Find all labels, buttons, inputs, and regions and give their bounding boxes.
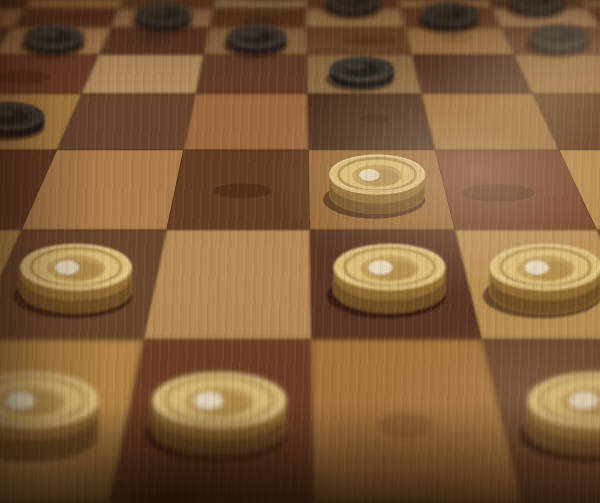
checkers-board	[0, 0, 600, 503]
checkers-photo-scene	[0, 0, 600, 503]
